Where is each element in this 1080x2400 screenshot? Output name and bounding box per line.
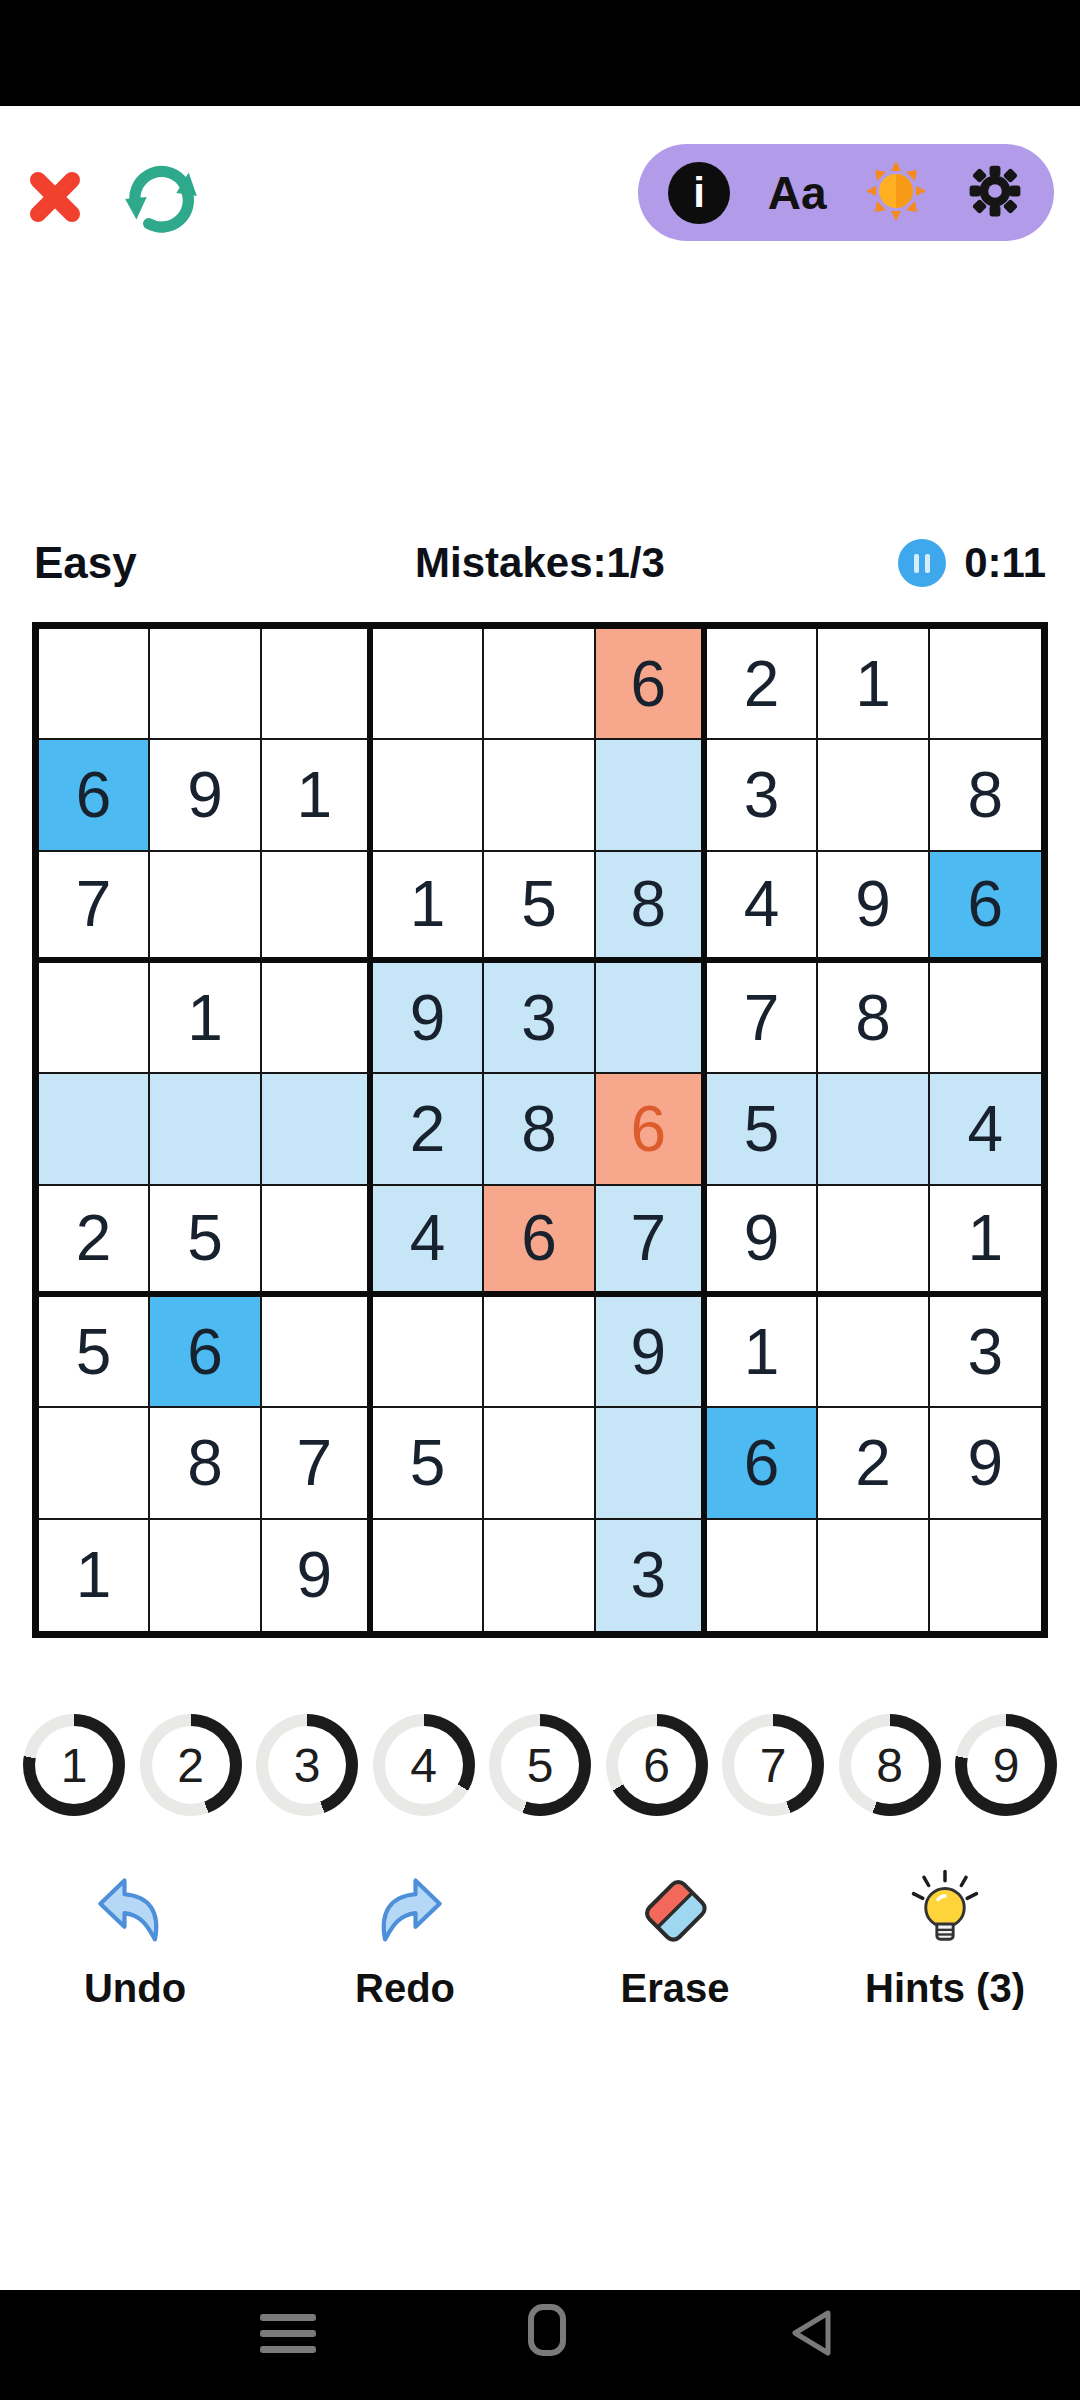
cell-r4c4[interactable]: 9 bbox=[373, 963, 484, 1074]
back-button[interactable] bbox=[788, 2308, 834, 2362]
numpad-digit: 6 bbox=[618, 1726, 696, 1804]
cell-r3c7[interactable]: 4 bbox=[707, 852, 818, 963]
cell-r3c8[interactable]: 9 bbox=[818, 852, 929, 963]
cell-r9c2[interactable] bbox=[150, 1520, 261, 1631]
cell-r3c6[interactable]: 8 bbox=[596, 852, 707, 963]
settings-pill: i Aa bbox=[638, 144, 1054, 241]
cell-r4c3[interactable] bbox=[262, 963, 373, 1074]
cell-r2c7[interactable]: 3 bbox=[707, 740, 818, 851]
gear-icon bbox=[966, 206, 1024, 223]
numpad-digit: 8 bbox=[851, 1726, 929, 1804]
hints-button[interactable]: Hints (3) bbox=[810, 1860, 1080, 2011]
numpad-button-1[interactable]: 1 bbox=[23, 1714, 125, 1816]
cell-r3c9[interactable]: 6 bbox=[930, 852, 1041, 963]
menu-button[interactable] bbox=[260, 2314, 316, 2354]
numpad-digit: 3 bbox=[268, 1726, 346, 1804]
cell-r9c8[interactable] bbox=[818, 1520, 929, 1631]
cell-r7c1[interactable]: 5 bbox=[39, 1297, 150, 1408]
numpad-button-4[interactable]: 4 bbox=[373, 1714, 475, 1816]
cell-r7c5[interactable] bbox=[484, 1297, 595, 1408]
cell-r2c8[interactable] bbox=[818, 740, 929, 851]
cell-r7c7[interactable]: 1 bbox=[707, 1297, 818, 1408]
cell-r8c3[interactable]: 7 bbox=[262, 1408, 373, 1519]
cell-r1c6[interactable]: 6 bbox=[596, 629, 707, 740]
menu-icon bbox=[260, 2314, 316, 2321]
redo-button[interactable]: Redo bbox=[270, 1860, 540, 2011]
numpad-button-2[interactable]: 2 bbox=[140, 1714, 242, 1816]
numpad-button-6[interactable]: 6 bbox=[606, 1714, 708, 1816]
cell-r9c7[interactable] bbox=[707, 1520, 818, 1631]
lightbulb-icon bbox=[903, 1860, 987, 1952]
cell-r4c9[interactable] bbox=[930, 963, 1041, 1074]
cell-r4c1[interactable] bbox=[39, 963, 150, 1074]
number-pad: 123456789 bbox=[0, 1714, 1080, 1816]
font-size-button[interactable]: Aa bbox=[768, 166, 827, 220]
cell-r6c7[interactable]: 9 bbox=[707, 1186, 818, 1297]
undo-label: Undo bbox=[84, 1966, 186, 2011]
cell-r7c9[interactable]: 3 bbox=[930, 1297, 1041, 1408]
erase-button[interactable]: Erase bbox=[540, 1860, 810, 2011]
mistakes-label: Mistakes:1/3 bbox=[415, 539, 665, 587]
cell-r2c6[interactable] bbox=[596, 740, 707, 851]
cell-r8c7[interactable]: 6 bbox=[707, 1408, 818, 1519]
status-bar bbox=[0, 0, 1080, 106]
cell-r7c4[interactable] bbox=[373, 1297, 484, 1408]
cell-r5c6[interactable]: 6 bbox=[596, 1074, 707, 1185]
redo-label: Redo bbox=[355, 1966, 455, 2011]
cell-r8c4[interactable]: 5 bbox=[373, 1408, 484, 1519]
cell-r6c4[interactable]: 4 bbox=[373, 1186, 484, 1297]
cell-r4c5[interactable]: 3 bbox=[484, 963, 595, 1074]
cell-r7c6[interactable]: 9 bbox=[596, 1297, 707, 1408]
theme-button[interactable] bbox=[864, 159, 928, 227]
cell-r4c6[interactable] bbox=[596, 963, 707, 1074]
cell-r4c2[interactable]: 1 bbox=[150, 963, 261, 1074]
cell-r2c9[interactable]: 8 bbox=[930, 740, 1041, 851]
erase-label: Erase bbox=[621, 1966, 730, 2011]
numpad-button-8[interactable]: 8 bbox=[839, 1714, 941, 1816]
cell-r5c5[interactable]: 8 bbox=[484, 1074, 595, 1185]
numpad-button-7[interactable]: 7 bbox=[722, 1714, 824, 1816]
cell-r6c2[interactable]: 5 bbox=[150, 1186, 261, 1297]
cell-r9c6[interactable]: 3 bbox=[596, 1520, 707, 1631]
numpad-digit: 7 bbox=[734, 1726, 812, 1804]
cell-r2c1[interactable]: 6 bbox=[39, 740, 150, 851]
undo-button[interactable]: Undo bbox=[0, 1860, 270, 2011]
cell-r1c3[interactable] bbox=[262, 629, 373, 740]
cell-r6c6[interactable]: 7 bbox=[596, 1186, 707, 1297]
cell-r1c8[interactable]: 1 bbox=[818, 629, 929, 740]
cell-r9c3[interactable]: 9 bbox=[262, 1520, 373, 1631]
cell-r5c7[interactable]: 5 bbox=[707, 1074, 818, 1185]
numpad-button-3[interactable]: 3 bbox=[256, 1714, 358, 1816]
cell-r5c1[interactable] bbox=[39, 1074, 150, 1185]
cell-r2c5[interactable] bbox=[484, 740, 595, 851]
close-button[interactable] bbox=[26, 168, 84, 226]
cell-r8c9[interactable]: 9 bbox=[930, 1408, 1041, 1519]
numpad-digit: 4 bbox=[385, 1726, 463, 1804]
cell-r6c1[interactable]: 2 bbox=[39, 1186, 150, 1297]
sun-icon bbox=[864, 209, 928, 226]
cell-r7c2[interactable]: 6 bbox=[150, 1297, 261, 1408]
cell-r9c9[interactable] bbox=[930, 1520, 1041, 1631]
difficulty-label: Easy bbox=[34, 538, 415, 588]
cell-r1c4[interactable] bbox=[373, 629, 484, 740]
cell-r6c3[interactable] bbox=[262, 1186, 373, 1297]
cell-r8c8[interactable]: 2 bbox=[818, 1408, 929, 1519]
cell-r2c2[interactable]: 9 bbox=[150, 740, 261, 851]
pause-button[interactable] bbox=[898, 539, 946, 587]
cell-r1c5[interactable] bbox=[484, 629, 595, 740]
cell-r6c5[interactable]: 6 bbox=[484, 1186, 595, 1297]
cell-r1c7[interactable]: 2 bbox=[707, 629, 818, 740]
numpad-digit: 1 bbox=[35, 1726, 113, 1804]
eraser-icon bbox=[633, 1860, 717, 1952]
cell-r3c5[interactable]: 5 bbox=[484, 852, 595, 963]
cell-r8c1[interactable] bbox=[39, 1408, 150, 1519]
cell-r1c2[interactable] bbox=[150, 629, 261, 740]
refresh-icon bbox=[118, 226, 204, 243]
cell-r2c3[interactable]: 1 bbox=[262, 740, 373, 851]
cell-r4c7[interactable]: 7 bbox=[707, 963, 818, 1074]
cell-r5c2[interactable] bbox=[150, 1074, 261, 1185]
cell-r3c3[interactable] bbox=[262, 852, 373, 963]
undo-icon bbox=[93, 1860, 177, 1952]
cell-r8c5[interactable] bbox=[484, 1408, 595, 1519]
cell-r9c1[interactable]: 1 bbox=[39, 1520, 150, 1631]
cell-r4c8[interactable]: 8 bbox=[818, 963, 929, 1074]
numpad-digit: 5 bbox=[501, 1726, 579, 1804]
cell-r5c8[interactable] bbox=[818, 1074, 929, 1185]
cell-r5c4[interactable]: 2 bbox=[373, 1074, 484, 1185]
numpad-digit: 9 bbox=[967, 1726, 1045, 1804]
redo-icon bbox=[363, 1860, 447, 1952]
cell-r5c9[interactable]: 4 bbox=[930, 1074, 1041, 1185]
cell-r3c1[interactable]: 7 bbox=[39, 852, 150, 963]
cell-r2c4[interactable] bbox=[373, 740, 484, 851]
info-icon: i bbox=[693, 169, 705, 217]
restart-button[interactable] bbox=[118, 154, 204, 240]
game-status-row: Easy Mistakes:1/3 0:11 bbox=[0, 534, 1080, 592]
hints-label: Hints (3) bbox=[865, 1966, 1025, 2011]
cell-r3c2[interactable] bbox=[150, 852, 261, 963]
home-button[interactable] bbox=[528, 2304, 566, 2356]
cell-r8c2[interactable]: 8 bbox=[150, 1408, 261, 1519]
cell-r5c3[interactable] bbox=[262, 1074, 373, 1185]
numpad-button-9[interactable]: 9 bbox=[955, 1714, 1057, 1816]
sudoku-board: 6216913871584961937828654254679156913875… bbox=[32, 622, 1048, 1638]
timer: 0:11 bbox=[964, 539, 1046, 587]
cell-r1c1[interactable] bbox=[39, 629, 150, 740]
cell-r7c8[interactable] bbox=[818, 1297, 929, 1408]
pause-icon bbox=[914, 554, 919, 573]
numpad-button-5[interactable]: 5 bbox=[489, 1714, 591, 1816]
settings-button[interactable] bbox=[966, 162, 1024, 224]
cell-r1c9[interactable] bbox=[930, 629, 1041, 740]
cell-r9c5[interactable] bbox=[484, 1520, 595, 1631]
cell-r3c4[interactable]: 1 bbox=[373, 852, 484, 963]
cell-r7c3[interactable] bbox=[262, 1297, 373, 1408]
info-button[interactable]: i bbox=[668, 162, 730, 224]
cell-r8c6[interactable] bbox=[596, 1408, 707, 1519]
numpad-digit: 2 bbox=[152, 1726, 230, 1804]
back-icon bbox=[788, 2308, 834, 2358]
action-bar: Undo Redo Erase bbox=[0, 1860, 1080, 2011]
close-icon bbox=[26, 212, 84, 229]
cell-r6c8[interactable] bbox=[818, 1186, 929, 1297]
cell-r6c9[interactable]: 1 bbox=[930, 1186, 1041, 1297]
cell-r9c4[interactable] bbox=[373, 1520, 484, 1631]
